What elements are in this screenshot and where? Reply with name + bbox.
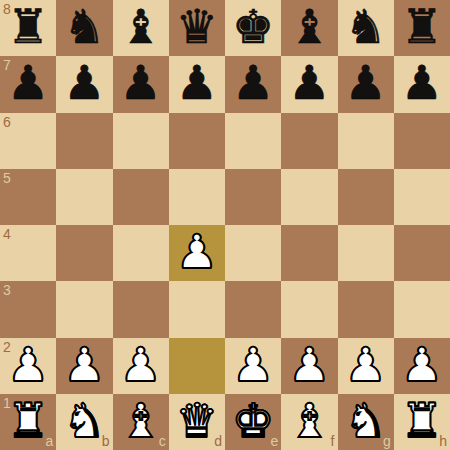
square-e7[interactable]: ♟ <box>225 56 281 112</box>
white-rook-icon[interactable]: ♜ <box>7 393 49 449</box>
file-label-f: f <box>331 434 335 448</box>
square-d4[interactable]: ♟ <box>169 225 225 281</box>
square-d6[interactable] <box>169 113 225 169</box>
white-pawn-icon[interactable]: ♟ <box>120 337 162 393</box>
black-bishop-icon[interactable]: ♝ <box>120 0 162 55</box>
square-d8[interactable]: ♛ <box>169 0 225 56</box>
square-b2[interactable]: ♟ <box>56 338 112 394</box>
black-pawn-icon[interactable]: ♟ <box>176 55 218 111</box>
square-a4[interactable]: 4 <box>0 225 56 281</box>
square-b6[interactable] <box>56 113 112 169</box>
square-f7[interactable]: ♟ <box>281 56 337 112</box>
square-e2[interactable]: ♟ <box>225 338 281 394</box>
square-e4[interactable] <box>225 225 281 281</box>
square-h8[interactable]: ♜ <box>394 0 450 56</box>
chess-board-container: 8♜♞♝♛♚♝♞♜7♟♟♟♟♟♟♟♟654♟32♟♟♟♟♟♟♟1a♜b♞c♝d♛… <box>0 0 450 450</box>
square-h6[interactable] <box>394 113 450 169</box>
square-f1[interactable]: f♝ <box>281 394 337 450</box>
square-e6[interactable] <box>225 113 281 169</box>
square-a2[interactable]: 2♟ <box>0 338 56 394</box>
square-c3[interactable] <box>113 281 169 337</box>
white-pawn-icon[interactable]: ♟ <box>7 337 49 393</box>
square-d1[interactable]: d♛ <box>169 394 225 450</box>
square-c5[interactable] <box>113 169 169 225</box>
black-queen-icon[interactable]: ♛ <box>176 0 218 55</box>
black-pawn-icon[interactable]: ♟ <box>288 55 330 111</box>
square-h5[interactable] <box>394 169 450 225</box>
square-f6[interactable] <box>281 113 337 169</box>
rank-label-5: 5 <box>3 171 11 185</box>
rank-label-6: 6 <box>3 115 11 129</box>
square-d2[interactable] <box>169 338 225 394</box>
white-rook-icon[interactable]: ♜ <box>401 393 443 449</box>
rank-label-4: 4 <box>3 227 11 241</box>
black-king-icon[interactable]: ♚ <box>232 0 274 55</box>
square-e5[interactable] <box>225 169 281 225</box>
white-pawn-icon[interactable]: ♟ <box>176 224 218 280</box>
white-pawn-icon[interactable]: ♟ <box>288 337 330 393</box>
white-pawn-icon[interactable]: ♟ <box>232 337 274 393</box>
square-a7[interactable]: 7♟ <box>0 56 56 112</box>
white-king-icon[interactable]: ♚ <box>232 393 274 449</box>
square-g1[interactable]: g♞ <box>338 394 394 450</box>
square-c2[interactable]: ♟ <box>113 338 169 394</box>
square-g4[interactable] <box>338 225 394 281</box>
square-a8[interactable]: 8♜ <box>0 0 56 56</box>
white-pawn-icon[interactable]: ♟ <box>345 337 387 393</box>
square-c1[interactable]: c♝ <box>113 394 169 450</box>
square-a3[interactable]: 3 <box>0 281 56 337</box>
black-pawn-icon[interactable]: ♟ <box>7 55 49 111</box>
square-f5[interactable] <box>281 169 337 225</box>
square-c8[interactable]: ♝ <box>113 0 169 56</box>
square-f8[interactable]: ♝ <box>281 0 337 56</box>
rank-label-3: 3 <box>3 283 11 297</box>
black-pawn-icon[interactable]: ♟ <box>232 55 274 111</box>
square-g6[interactable] <box>338 113 394 169</box>
black-knight-icon[interactable]: ♞ <box>63 0 105 55</box>
black-pawn-icon[interactable]: ♟ <box>401 55 443 111</box>
square-g8[interactable]: ♞ <box>338 0 394 56</box>
square-d5[interactable] <box>169 169 225 225</box>
square-f4[interactable] <box>281 225 337 281</box>
square-h4[interactable] <box>394 225 450 281</box>
square-a5[interactable]: 5 <box>0 169 56 225</box>
square-d3[interactable] <box>169 281 225 337</box>
black-pawn-icon[interactable]: ♟ <box>120 55 162 111</box>
square-d7[interactable]: ♟ <box>169 56 225 112</box>
square-g7[interactable]: ♟ <box>338 56 394 112</box>
white-bishop-icon[interactable]: ♝ <box>288 393 330 449</box>
square-b8[interactable]: ♞ <box>56 0 112 56</box>
square-h1[interactable]: h♜ <box>394 394 450 450</box>
black-knight-icon[interactable]: ♞ <box>345 0 387 55</box>
square-g3[interactable] <box>338 281 394 337</box>
square-h2[interactable]: ♟ <box>394 338 450 394</box>
black-bishop-icon[interactable]: ♝ <box>288 0 330 55</box>
square-h7[interactable]: ♟ <box>394 56 450 112</box>
square-b3[interactable] <box>56 281 112 337</box>
white-knight-icon[interactable]: ♞ <box>63 393 105 449</box>
square-b7[interactable]: ♟ <box>56 56 112 112</box>
square-g5[interactable] <box>338 169 394 225</box>
black-rook-icon[interactable]: ♜ <box>7 0 49 55</box>
square-e8[interactable]: ♚ <box>225 0 281 56</box>
white-queen-icon[interactable]: ♛ <box>176 393 218 449</box>
white-bishop-icon[interactable]: ♝ <box>120 393 162 449</box>
chess-board: 8♜♞♝♛♚♝♞♜7♟♟♟♟♟♟♟♟654♟32♟♟♟♟♟♟♟1a♜b♞c♝d♛… <box>0 0 450 450</box>
square-a6[interactable]: 6 <box>0 113 56 169</box>
black-pawn-icon[interactable]: ♟ <box>63 55 105 111</box>
square-h3[interactable] <box>394 281 450 337</box>
square-b4[interactable] <box>56 225 112 281</box>
square-a1[interactable]: 1a♜ <box>0 394 56 450</box>
square-b5[interactable] <box>56 169 112 225</box>
square-f3[interactable] <box>281 281 337 337</box>
square-c6[interactable] <box>113 113 169 169</box>
white-knight-icon[interactable]: ♞ <box>345 393 387 449</box>
square-b1[interactable]: b♞ <box>56 394 112 450</box>
black-pawn-icon[interactable]: ♟ <box>345 55 387 111</box>
square-c7[interactable]: ♟ <box>113 56 169 112</box>
black-rook-icon[interactable]: ♜ <box>401 0 443 55</box>
square-c4[interactable] <box>113 225 169 281</box>
square-e3[interactable] <box>225 281 281 337</box>
square-e1[interactable]: e♚ <box>225 394 281 450</box>
white-pawn-icon[interactable]: ♟ <box>401 337 443 393</box>
square-f2[interactable]: ♟ <box>281 338 337 394</box>
square-g2[interactable]: ♟ <box>338 338 394 394</box>
white-pawn-icon[interactable]: ♟ <box>63 337 105 393</box>
